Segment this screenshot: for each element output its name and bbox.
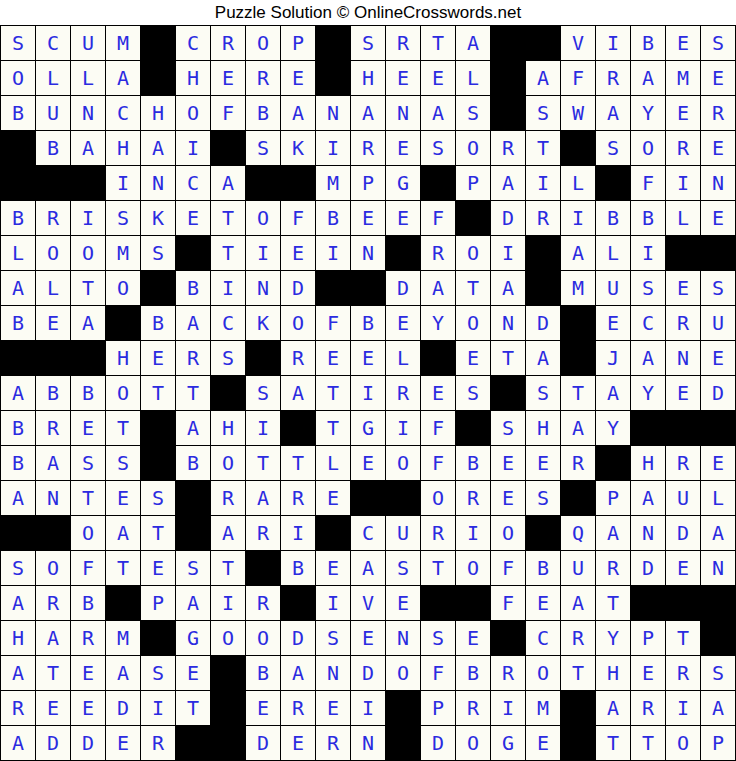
letter-cell: E [316,341,351,376]
letter-cell: O [456,131,491,166]
letter-cell: A [491,271,526,306]
black-cell [526,26,561,61]
letter-cell: R [211,481,246,516]
letter-cell: R [71,621,106,656]
letter-cell: A [246,481,281,516]
letter-cell: T [106,411,141,446]
letter-cell: A [176,586,211,621]
black-cell [246,551,281,586]
letter-cell: A [1,271,36,306]
letter-cell: R [421,516,456,551]
letter-cell: R [596,551,631,586]
black-cell [526,516,561,551]
letter-cell: F [421,411,456,446]
letter-cell: T [71,271,106,306]
letter-cell: A [701,516,736,551]
black-cell [71,341,106,376]
letter-cell: E [386,61,421,96]
page-title: Puzzle Solution © OnlineCrosswords.net [0,0,736,25]
letter-cell: S [1,26,36,61]
letter-cell: A [176,306,211,341]
black-cell [421,586,456,621]
letter-cell: A [456,26,491,61]
letter-cell: E [596,306,631,341]
letter-cell: I [526,166,561,201]
letter-cell: U [666,481,701,516]
letter-cell: C [106,96,141,131]
letter-cell: E [526,446,561,481]
letter-cell: A [596,516,631,551]
black-cell [456,201,491,236]
letter-cell: B [141,306,176,341]
letter-cell: N [36,481,71,516]
letter-cell: F [561,61,596,96]
letter-cell: A [141,131,176,166]
letter-cell: S [141,236,176,271]
black-cell [666,236,701,271]
letter-cell: C [176,26,211,61]
letter-cell: S [491,411,526,446]
letter-cell: T [281,446,316,481]
letter-cell: B [1,446,36,481]
letter-cell: D [281,621,316,656]
letter-cell: D [386,271,421,306]
letter-cell: H [106,131,141,166]
letter-cell: P [141,586,176,621]
letter-cell: E [666,26,701,61]
black-cell [561,691,596,726]
letter-cell: L [701,481,736,516]
letter-cell: A [71,306,106,341]
letter-cell: Y [631,376,666,411]
letter-cell: G [386,166,421,201]
letter-cell: P [456,166,491,201]
letter-cell: S [246,376,281,411]
letter-cell: T [176,691,211,726]
letter-cell: I [491,691,526,726]
letter-cell: A [211,516,246,551]
letter-cell: O [386,446,421,481]
letter-cell: S [351,26,386,61]
letter-cell: H [141,96,176,131]
letter-cell: E [36,691,71,726]
letter-cell: R [281,691,316,726]
letter-cell: S [701,271,736,306]
letter-cell: C [211,306,246,341]
letter-cell: B [176,446,211,481]
letter-cell: R [561,446,596,481]
letter-cell: T [596,726,631,761]
letter-cell: I [666,166,701,201]
letter-cell: E [106,726,141,761]
letter-cell: F [211,96,246,131]
letter-cell: M [106,621,141,656]
letter-cell: N [141,166,176,201]
letter-cell: E [211,61,246,96]
black-cell [386,691,421,726]
letter-cell: B [36,131,71,166]
letter-cell: D [106,691,141,726]
letter-cell: N [316,656,351,691]
black-cell [36,166,71,201]
letter-cell: I [106,166,141,201]
letter-cell: T [211,551,246,586]
letter-cell: I [386,411,421,446]
letter-cell: J [596,341,631,376]
letter-cell: R [491,131,526,166]
letter-cell: B [456,446,491,481]
black-cell [561,131,596,166]
letter-cell: F [491,551,526,586]
black-cell [141,411,176,446]
letter-cell: A [36,446,71,481]
letter-cell: R [281,481,316,516]
letter-cell: B [246,96,281,131]
black-cell [176,236,211,271]
black-cell [456,411,491,446]
letter-cell: A [211,166,246,201]
black-cell [281,586,316,621]
letter-cell: E [666,376,701,411]
letter-cell: B [316,201,351,236]
black-cell [176,726,211,761]
letter-cell: E [456,621,491,656]
letter-cell: R [456,691,491,726]
letter-cell: D [281,271,316,306]
letter-cell: H [351,61,386,96]
letter-cell: B [36,376,71,411]
letter-cell: S [1,551,36,586]
black-cell [701,621,736,656]
letter-cell: S [106,201,141,236]
black-cell [351,481,386,516]
letter-cell: E [316,481,351,516]
letter-cell: A [281,376,316,411]
letter-cell: R [526,201,561,236]
letter-cell: E [701,341,736,376]
letter-cell: T [71,481,106,516]
letter-cell: A [106,61,141,96]
letter-cell: O [281,306,316,341]
letter-cell: E [351,621,386,656]
letter-cell: A [106,516,141,551]
letter-cell: E [36,306,71,341]
letter-cell: P [281,26,316,61]
letter-cell: E [456,341,491,376]
letter-cell: S [701,26,736,61]
letter-cell: H [596,656,631,691]
black-cell [561,306,596,341]
black-cell [211,656,246,691]
black-cell [316,26,351,61]
letter-cell: B [1,306,36,341]
letter-cell: R [36,201,71,236]
black-cell [176,481,211,516]
letter-cell: U [596,271,631,306]
letter-cell: I [561,201,596,236]
letter-cell: A [421,96,456,131]
letter-cell: O [211,446,246,481]
letter-cell: A [491,166,526,201]
letter-cell: I [666,691,701,726]
letter-cell: R [701,96,736,131]
black-cell [211,376,246,411]
letter-cell: B [526,551,561,586]
letter-cell: A [1,726,36,761]
letter-cell: R [386,376,421,411]
black-cell [1,341,36,376]
letter-cell: A [596,691,631,726]
black-cell [281,166,316,201]
letter-cell: R [666,446,701,481]
letter-cell: E [386,586,421,621]
letter-cell: H [106,341,141,376]
letter-cell: P [631,621,666,656]
letter-cell: R [456,481,491,516]
letter-cell: F [491,586,526,621]
letter-cell: S [386,551,421,586]
letter-cell: S [141,481,176,516]
letter-cell: R [1,691,36,726]
letter-cell: A [596,96,631,131]
letter-cell: C [351,516,386,551]
letter-cell: L [596,236,631,271]
letter-cell: R [666,656,701,691]
letter-cell: I [316,236,351,271]
letter-cell: I [211,271,246,306]
letter-cell: C [526,621,561,656]
letter-cell: D [666,516,701,551]
letter-cell: E [281,61,316,96]
black-cell [526,236,561,271]
letter-cell: E [176,201,211,236]
letter-cell: O [456,306,491,341]
letter-cell: S [141,656,176,691]
letter-cell: M [106,236,141,271]
black-cell [246,166,281,201]
letter-cell: L [71,61,106,96]
letter-cell: T [421,551,456,586]
letter-cell: T [666,621,701,656]
letter-cell: R [631,691,666,726]
letter-cell: E [491,481,526,516]
letter-cell: A [631,61,666,96]
letter-cell: N [71,96,106,131]
letter-cell: S [246,131,281,166]
black-cell [106,586,141,621]
letter-cell: O [631,131,666,166]
black-cell [456,586,491,621]
letter-cell: T [106,551,141,586]
letter-cell: D [351,656,386,691]
black-cell [141,26,176,61]
letter-cell: I [246,236,281,271]
black-cell [351,271,386,306]
letter-cell: R [211,26,246,61]
black-cell [596,166,631,201]
letter-cell: R [36,411,71,446]
black-cell [386,726,421,761]
letter-cell: S [316,621,351,656]
letter-cell: H [1,621,36,656]
letter-cell: L [456,61,491,96]
letter-cell: R [351,131,386,166]
letter-cell: N [386,621,421,656]
letter-cell: T [211,201,246,236]
letter-cell: S [526,481,561,516]
letter-cell: T [421,26,456,61]
black-cell [491,621,526,656]
letter-cell: S [701,656,736,691]
letter-cell: U [701,306,736,341]
letter-cell: N [386,96,421,131]
letter-cell: E [701,61,736,96]
letter-cell: V [351,586,386,621]
letter-cell: A [351,551,386,586]
letter-cell: R [246,61,281,96]
letter-cell: A [1,586,36,621]
letter-cell: E [71,656,106,691]
letter-cell: L [1,236,36,271]
letter-cell: R [246,586,281,621]
letter-cell: R [596,61,631,96]
letter-cell: E [386,306,421,341]
letter-cell: B [631,26,666,61]
letter-cell: H [211,411,246,446]
black-cell [491,61,526,96]
black-cell [596,446,631,481]
letter-cell: F [421,656,456,691]
letter-cell: T [316,376,351,411]
letter-cell: E [281,236,316,271]
letter-cell: O [456,236,491,271]
letter-cell: M [561,271,596,306]
letter-cell: N [351,726,386,761]
letter-cell: I [491,236,526,271]
letter-cell: W [561,96,596,131]
letter-cell: M [666,61,701,96]
letter-cell: R [246,516,281,551]
letter-cell: T [526,131,561,166]
letter-cell: N [701,166,736,201]
black-cell [561,726,596,761]
letter-cell: A [421,271,456,306]
letter-cell: P [701,726,736,761]
letter-cell: O [71,236,106,271]
letter-cell: U [561,551,596,586]
letter-cell: T [561,656,596,691]
letter-cell: T [246,446,281,481]
letter-cell: R [281,341,316,376]
black-cell [36,516,71,551]
letter-cell: E [141,341,176,376]
black-cell [491,96,526,131]
letter-cell: B [1,411,36,446]
black-cell [106,306,141,341]
letter-cell: D [631,551,666,586]
letter-cell: O [526,656,561,691]
letter-cell: B [596,201,631,236]
letter-cell: N [351,236,386,271]
letter-cell: F [316,306,351,341]
letter-cell: E [701,201,736,236]
letter-cell: T [316,411,351,446]
letter-cell: C [36,26,71,61]
letter-cell: U [36,96,71,131]
letter-cell: A [631,481,666,516]
letter-cell: G [351,411,386,446]
letter-cell: S [526,96,561,131]
letter-cell: I [176,131,211,166]
letter-cell: B [71,586,106,621]
letter-cell: Y [596,411,631,446]
letter-cell: S [71,446,106,481]
letter-cell: O [246,201,281,236]
black-cell [701,586,736,621]
letter-cell: E [316,691,351,726]
letter-cell: P [351,166,386,201]
letter-cell: E [386,201,421,236]
black-cell [211,691,246,726]
letter-cell: I [596,26,631,61]
letter-cell: M [106,26,141,61]
black-cell [36,341,71,376]
letter-cell: S [631,271,666,306]
letter-cell: E [71,691,106,726]
crossword-grid: SCUMCROPSRTAVIBESOLLAHEREHEELAFRAMEBUNCH… [0,25,736,761]
letter-cell: Y [631,96,666,131]
letter-cell: B [1,201,36,236]
black-cell [386,236,421,271]
letter-cell: B [71,376,106,411]
letter-cell: O [456,551,491,586]
letter-cell: A [1,376,36,411]
black-cell [666,586,701,621]
letter-cell: A [351,96,386,131]
black-cell [1,166,36,201]
letter-cell: D [421,726,456,761]
letter-cell: I [351,376,386,411]
black-cell [1,516,36,551]
letter-cell: L [386,341,421,376]
black-cell [71,166,106,201]
letter-cell: E [141,551,176,586]
letter-cell: O [1,61,36,96]
letter-cell: N [246,271,281,306]
letter-cell: I [351,691,386,726]
letter-cell: E [176,656,211,691]
letter-cell: O [386,656,421,691]
letter-cell: H [631,446,666,481]
letter-cell: R [176,341,211,376]
letter-cell: B [631,201,666,236]
black-cell [526,271,561,306]
letter-cell: A [71,131,106,166]
letter-cell: A [106,656,141,691]
letter-cell: F [71,551,106,586]
letter-cell: A [701,691,736,726]
letter-cell: B [281,551,316,586]
letter-cell: A [1,481,36,516]
letter-cell: G [491,726,526,761]
letter-cell: S [596,131,631,166]
letter-cell: S [456,376,491,411]
letter-cell: E [491,446,526,481]
black-cell [211,131,246,166]
letter-cell: R [491,656,526,691]
black-cell [316,61,351,96]
letter-cell: E [386,131,421,166]
